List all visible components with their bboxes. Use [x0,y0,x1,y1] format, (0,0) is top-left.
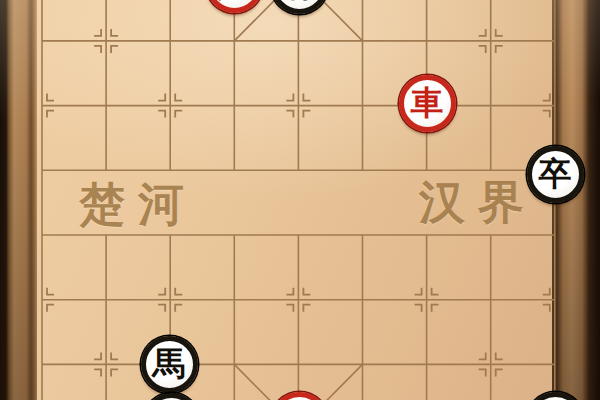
river-label-han-border: 汉界 [419,179,537,225]
piece-red-chariot-g4[interactable]: 車 [399,75,456,132]
piece-black-horse-c8[interactable]: 馬 [141,336,198,393]
river-label-chu-river: 楚河 [79,181,197,227]
xiangqi-board[interactable]: 楚河 汉界 兵將車卒馬卒帥卒 [0,0,600,400]
piece-glyph: 馬 [153,347,186,380]
piece-black-soldier-i5[interactable]: 卒 [527,146,584,203]
piece-glyph: 車 [411,86,444,119]
piece-glyph: 將 [283,0,316,1]
piece-glyph: 卒 [539,157,572,190]
